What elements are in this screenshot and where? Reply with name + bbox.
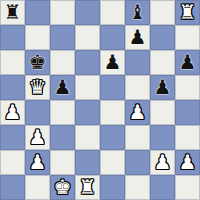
square-b8[interactable] (25, 0, 50, 25)
square-h5[interactable] (175, 75, 200, 100)
square-g8[interactable] (150, 0, 175, 25)
square-a8[interactable]: ♜ (0, 0, 25, 25)
square-h4[interactable] (175, 100, 200, 125)
black-pawn[interactable]: ♟ (129, 25, 147, 50)
black-pawn[interactable]: ♟ (104, 50, 122, 75)
square-a5[interactable] (0, 75, 25, 100)
chess-board: ♜♝♜♟♚♟♟♛♟♟♟♟♟♟♟♟♚♜ (0, 0, 200, 200)
square-h2[interactable]: ♟ (175, 150, 200, 175)
square-e6[interactable]: ♟ (100, 50, 125, 75)
square-e4[interactable] (100, 100, 125, 125)
square-h1[interactable] (175, 175, 200, 200)
square-h6[interactable]: ♟ (175, 50, 200, 75)
white-rook[interactable]: ♜ (179, 0, 197, 25)
square-c1[interactable]: ♚ (50, 175, 75, 200)
square-e3[interactable] (100, 125, 125, 150)
square-h3[interactable] (175, 125, 200, 150)
black-pawn[interactable]: ♟ (54, 75, 72, 100)
square-g6[interactable] (150, 50, 175, 75)
square-b1[interactable] (25, 175, 50, 200)
white-rook[interactable]: ♜ (79, 175, 97, 200)
white-pawn[interactable]: ♟ (179, 150, 197, 175)
black-pawn[interactable]: ♟ (179, 50, 197, 75)
square-h7[interactable] (175, 25, 200, 50)
black-pawn[interactable]: ♟ (154, 75, 172, 100)
square-b7[interactable] (25, 25, 50, 50)
square-c6[interactable] (50, 50, 75, 75)
black-king[interactable]: ♚ (29, 50, 47, 75)
square-b6[interactable]: ♚ (25, 50, 50, 75)
square-d2[interactable] (75, 150, 100, 175)
square-f1[interactable] (125, 175, 150, 200)
square-c8[interactable] (50, 0, 75, 25)
square-a2[interactable] (0, 150, 25, 175)
square-g5[interactable]: ♟ (150, 75, 175, 100)
square-e2[interactable] (100, 150, 125, 175)
white-pawn[interactable]: ♟ (29, 150, 47, 175)
square-b5[interactable]: ♛ (25, 75, 50, 100)
square-f8[interactable]: ♝ (125, 0, 150, 25)
square-a7[interactable] (0, 25, 25, 50)
white-king[interactable]: ♚ (54, 175, 72, 200)
square-b4[interactable] (25, 100, 50, 125)
white-queen[interactable]: ♛ (29, 75, 47, 100)
square-d1[interactable]: ♜ (75, 175, 100, 200)
square-d6[interactable] (75, 50, 100, 75)
white-pawn[interactable]: ♟ (129, 100, 147, 125)
square-d4[interactable] (75, 100, 100, 125)
square-c5[interactable]: ♟ (50, 75, 75, 100)
square-h8[interactable]: ♜ (175, 0, 200, 25)
square-g3[interactable] (150, 125, 175, 150)
square-c2[interactable] (50, 150, 75, 175)
square-c7[interactable] (50, 25, 75, 50)
square-d5[interactable] (75, 75, 100, 100)
square-g1[interactable] (150, 175, 175, 200)
square-a4[interactable]: ♟ (0, 100, 25, 125)
square-f7[interactable]: ♟ (125, 25, 150, 50)
square-b2[interactable]: ♟ (25, 150, 50, 175)
square-f4[interactable]: ♟ (125, 100, 150, 125)
square-d7[interactable] (75, 25, 100, 50)
square-d3[interactable] (75, 125, 100, 150)
square-f6[interactable] (125, 50, 150, 75)
square-g7[interactable] (150, 25, 175, 50)
square-f3[interactable] (125, 125, 150, 150)
square-e8[interactable] (100, 0, 125, 25)
white-pawn[interactable]: ♟ (4, 100, 22, 125)
black-bishop[interactable]: ♝ (129, 0, 147, 25)
white-pawn[interactable]: ♟ (29, 125, 47, 150)
square-d8[interactable] (75, 0, 100, 25)
square-a1[interactable] (0, 175, 25, 200)
square-c3[interactable] (50, 125, 75, 150)
square-b3[interactable]: ♟ (25, 125, 50, 150)
square-g4[interactable] (150, 100, 175, 125)
square-g2[interactable]: ♟ (150, 150, 175, 175)
square-f2[interactable] (125, 150, 150, 175)
square-c4[interactable] (50, 100, 75, 125)
square-f5[interactable] (125, 75, 150, 100)
square-e7[interactable] (100, 25, 125, 50)
square-a6[interactable] (0, 50, 25, 75)
square-e1[interactable] (100, 175, 125, 200)
white-pawn[interactable]: ♟ (154, 150, 172, 175)
square-e5[interactable] (100, 75, 125, 100)
square-a3[interactable] (0, 125, 25, 150)
black-rook[interactable]: ♜ (4, 0, 22, 25)
